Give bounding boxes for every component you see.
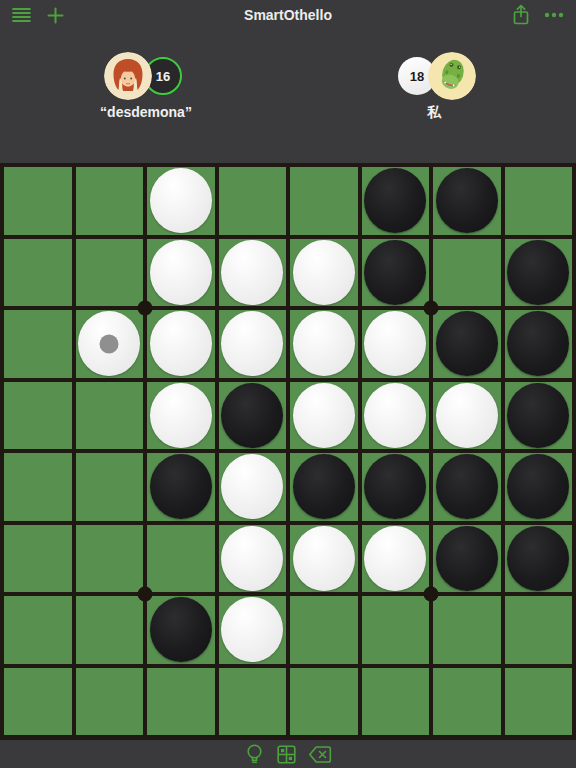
undo-backspace-icon[interactable] <box>308 745 332 764</box>
last-move-marker <box>100 334 119 353</box>
black-disc <box>507 526 569 591</box>
white-score: 18 <box>410 69 424 84</box>
board-cell-c2[interactable] <box>147 239 215 307</box>
share-icon[interactable] <box>512 4 530 26</box>
more-ellipsis-icon[interactable] <box>544 12 564 18</box>
board-cell-d8[interactable] <box>219 668 287 736</box>
board-grid-icon[interactable] <box>276 744 297 765</box>
board-cell-a8[interactable] <box>4 668 72 736</box>
board-cell-d6[interactable] <box>219 525 287 593</box>
black-disc <box>507 311 569 376</box>
white-disc <box>293 383 355 448</box>
white-disc <box>293 240 355 305</box>
board-cell-h1[interactable] <box>505 167 573 235</box>
board-cell-d7[interactable] <box>219 596 287 664</box>
board-cell-g8[interactable] <box>433 668 501 736</box>
white-disc <box>221 526 283 591</box>
white-disc <box>221 597 283 662</box>
white-disc <box>293 311 355 376</box>
white-disc <box>293 526 355 591</box>
board-cell-h4[interactable] <box>505 382 573 450</box>
black-disc <box>507 454 569 519</box>
white-disc <box>364 383 426 448</box>
bottom-toolbar <box>0 740 576 768</box>
board-cell-b8[interactable] <box>76 668 144 736</box>
black-disc <box>436 168 498 233</box>
player-white-name: 私 <box>380 104 488 122</box>
board-cell-f7[interactable] <box>362 596 430 664</box>
black-disc <box>150 597 212 662</box>
white-disc <box>150 311 212 376</box>
board-cell-b7[interactable] <box>76 596 144 664</box>
white-disc <box>78 311 140 376</box>
board-cell-h6[interactable] <box>505 525 573 593</box>
app-title: SmartOthello <box>0 7 576 23</box>
player-white: 18 <box>380 30 488 102</box>
white-disc <box>221 240 283 305</box>
board-cell-f1[interactable] <box>362 167 430 235</box>
board-cell-d3[interactable] <box>219 310 287 378</box>
black-disc <box>364 240 426 305</box>
board-cell-c7[interactable] <box>147 596 215 664</box>
board-cell-d2[interactable] <box>219 239 287 307</box>
board-cell-g7[interactable] <box>433 596 501 664</box>
board-cell-b5[interactable] <box>76 453 144 521</box>
board-cell-d5[interactable] <box>219 453 287 521</box>
board-cell-b3[interactable] <box>76 310 144 378</box>
board-cell-g5[interactable] <box>433 453 501 521</box>
players-bar: 16 “desdemona” 18 <box>0 30 576 163</box>
othello-board <box>4 167 572 735</box>
board-cell-e4[interactable] <box>290 382 358 450</box>
black-disc <box>436 526 498 591</box>
board-cell-h2[interactable] <box>505 239 573 307</box>
white-disc <box>150 383 212 448</box>
white-disc <box>364 526 426 591</box>
board-cell-e2[interactable] <box>290 239 358 307</box>
board-cell-a6[interactable] <box>4 525 72 593</box>
board-cell-e7[interactable] <box>290 596 358 664</box>
board-cell-d1[interactable] <box>219 167 287 235</box>
board-cell-c5[interactable] <box>147 453 215 521</box>
board-cell-h7[interactable] <box>505 596 573 664</box>
black-disc <box>364 454 426 519</box>
board-cell-h5[interactable] <box>505 453 573 521</box>
white-disc <box>221 454 283 519</box>
black-disc <box>293 454 355 519</box>
board-cell-f5[interactable] <box>362 453 430 521</box>
white-disc <box>150 168 212 233</box>
board-cell-e6[interactable] <box>290 525 358 593</box>
board-cell-f2[interactable] <box>362 239 430 307</box>
board-cell-a4[interactable] <box>4 382 72 450</box>
black-disc <box>150 454 212 519</box>
player-black-name: “desdemona” <box>92 104 200 120</box>
board-cell-b6[interactable] <box>76 525 144 593</box>
board-cell-c3[interactable] <box>147 310 215 378</box>
board-cell-e8[interactable] <box>290 668 358 736</box>
board-cell-g4[interactable] <box>433 382 501 450</box>
board-cell-b1[interactable] <box>76 167 144 235</box>
board-cell-c1[interactable] <box>147 167 215 235</box>
board-cell-e5[interactable] <box>290 453 358 521</box>
board-cell-f3[interactable] <box>362 310 430 378</box>
board-cell-e1[interactable] <box>290 167 358 235</box>
board-cell-a2[interactable] <box>4 239 72 307</box>
board-cell-f6[interactable] <box>362 525 430 593</box>
player-black-avatar <box>104 52 152 100</box>
board-cell-g1[interactable] <box>433 167 501 235</box>
white-disc <box>150 240 212 305</box>
white-disc <box>364 311 426 376</box>
black-disc <box>507 240 569 305</box>
hint-bulb-icon[interactable] <box>244 743 265 765</box>
board-cell-g3[interactable] <box>433 310 501 378</box>
board-cell-c6[interactable] <box>147 525 215 593</box>
board-cell-f8[interactable] <box>362 668 430 736</box>
board-cell-h8[interactable] <box>505 668 573 736</box>
board-cell-c8[interactable] <box>147 668 215 736</box>
black-disc <box>364 168 426 233</box>
board-cell-a3[interactable] <box>4 310 72 378</box>
white-disc <box>221 311 283 376</box>
player-black: 16 “desdemona” <box>92 30 200 102</box>
board-cell-g2[interactable] <box>433 239 501 307</box>
black-disc <box>436 311 498 376</box>
black-disc <box>221 383 283 448</box>
board-cell-a5[interactable] <box>4 453 72 521</box>
board-cell-b2[interactable] <box>76 239 144 307</box>
board-cell-a1[interactable] <box>4 167 72 235</box>
game-list-icon[interactable] <box>12 7 31 23</box>
board-frame <box>0 163 576 740</box>
white-disc <box>436 383 498 448</box>
player-white-avatar <box>428 52 476 100</box>
board-cell-f4[interactable] <box>362 382 430 450</box>
header: SmartOthello <box>0 0 576 30</box>
board-cell-h3[interactable] <box>505 310 573 378</box>
board-cell-a7[interactable] <box>4 596 72 664</box>
board-cell-c4[interactable] <box>147 382 215 450</box>
board-cell-g6[interactable] <box>433 525 501 593</box>
board-cell-d4[interactable] <box>219 382 287 450</box>
board-cell-b4[interactable] <box>76 382 144 450</box>
black-disc <box>436 454 498 519</box>
new-game-plus-icon[interactable] <box>47 7 64 24</box>
board-cell-e3[interactable] <box>290 310 358 378</box>
black-disc <box>507 383 569 448</box>
